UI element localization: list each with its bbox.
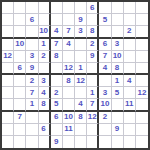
cell-r7c11[interactable]: 4 [124,75,136,87]
cell-r6c6[interactable]: 12 [63,63,75,75]
cell-r10c12[interactable] [136,112,148,124]
cell-r2c11[interactable] [124,14,136,26]
cell-r1c2[interactable] [14,2,26,14]
cell-r8c1[interactable] [2,87,14,99]
cell-r1c10[interactable] [112,2,124,14]
cell-r8c10[interactable]: 5 [112,87,124,99]
cell-r1c1[interactable] [2,2,14,14]
cell-r1c11[interactable] [124,2,136,14]
cell-r11c3[interactable] [26,124,38,136]
cell-r2c1[interactable] [2,14,14,26]
cell-r8c5[interactable]: 2 [51,87,63,99]
cell-r7c1[interactable] [2,75,14,87]
cell-r8c2[interactable] [14,87,26,99]
cell-r12c11[interactable] [124,136,136,148]
cell-r3c2[interactable] [14,26,26,38]
cell-r8c3[interactable]: 7 [26,87,38,99]
cell-r7c12[interactable] [136,75,148,87]
cell-r2c10[interactable] [112,14,124,26]
cell-r6c2[interactable]: 6 [14,63,26,75]
cell-r1c8[interactable]: 6 [87,2,99,14]
cell-r10c3[interactable] [26,112,38,124]
cell-r4c8[interactable]: 2 [87,39,99,51]
cell-r2c9[interactable]: 5 [99,14,111,26]
cell-r5c4[interactable]: 2 [39,51,51,63]
cell-r5c5[interactable]: 8 [51,51,63,63]
cell-r9c1[interactable] [2,99,14,111]
cell-r1c6[interactable] [63,2,75,14]
cell-r7c9[interactable] [99,75,111,87]
cell-r12c7[interactable] [75,136,87,148]
cell-r4c3[interactable] [26,39,38,51]
cell-r1c3[interactable] [26,2,38,14]
cell-r8c11[interactable] [124,87,136,99]
cell-r12c3[interactable] [26,136,38,148]
cell-r5c1[interactable]: 12 [2,51,14,63]
cell-r7c3[interactable]: 2 [26,75,38,87]
cell-r5c7[interactable] [75,51,87,63]
cell-r2c8[interactable] [87,14,99,26]
cell-r6c7[interactable]: 1 [75,63,87,75]
cell-r7c8[interactable] [87,75,99,87]
cell-r2c2[interactable] [14,14,26,26]
cell-r4c10[interactable]: 3 [112,39,124,51]
cell-r3c4[interactable]: 10 [39,26,51,38]
cell-r1c9[interactable] [99,2,111,14]
cell-r11c5[interactable] [51,124,63,136]
cell-r2c6[interactable] [63,14,75,26]
cell-r6c1[interactable] [2,63,14,75]
cell-r4c7[interactable] [75,39,87,51]
cell-r5c8[interactable]: 9 [87,51,99,63]
cell-r1c4[interactable] [39,2,51,14]
cell-r3c11[interactable]: 2 [124,26,136,38]
cell-r11c10[interactable]: 9 [112,124,124,136]
cell-r8c12[interactable]: 12 [136,87,148,99]
cell-r6c3[interactable]: 9 [26,63,38,75]
cell-r9c3[interactable]: 1 [26,99,38,111]
cell-r9c8[interactable]: 7 [87,99,99,111]
cell-r9c11[interactable]: 11 [124,99,136,111]
cell-r10c9[interactable]: 2 [99,112,111,124]
cell-r10c4[interactable] [39,112,51,124]
cell-r5c9[interactable]: 7 [99,51,111,63]
cell-r4c11[interactable] [124,39,136,51]
cell-r3c3[interactable] [26,26,38,38]
cell-r10c5[interactable]: 6 [51,112,63,124]
cell-r11c9[interactable] [99,124,111,136]
cell-r11c4[interactable]: 6 [39,124,51,136]
cell-r3c6[interactable]: 7 [63,26,75,38]
cell-r10c11[interactable] [124,112,136,124]
cell-r4c4[interactable]: 1 [39,39,51,51]
cell-r4c9[interactable]: 6 [99,39,111,51]
cell-r9c9[interactable]: 10 [99,99,111,111]
cell-r1c5[interactable] [51,2,63,14]
cell-r5c2[interactable] [14,51,26,63]
cell-r11c12[interactable] [136,124,148,136]
cell-r11c11[interactable] [124,124,136,136]
cell-r8c6[interactable] [63,87,75,99]
cell-r12c9[interactable] [99,136,111,148]
cell-r9c7[interactable]: 4 [75,99,87,111]
cell-r2c7[interactable]: 9 [75,14,87,26]
cell-r6c12[interactable] [136,63,148,75]
cell-r9c10[interactable] [112,99,124,111]
cell-r7c4[interactable]: 3 [39,75,51,87]
cell-r6c11[interactable] [124,63,136,75]
cell-r12c8[interactable] [87,136,99,148]
cell-r10c2[interactable]: 7 [14,112,26,124]
cell-r8c9[interactable]: 3 [99,87,111,99]
cell-r3c10[interactable] [112,26,124,38]
cell-r3c12[interactable] [136,26,148,38]
cell-r8c7[interactable] [75,87,87,99]
cell-r10c6[interactable]: 10 [63,112,75,124]
cell-r4c2[interactable]: 10 [14,39,26,51]
cell-r9c12[interactable] [136,99,148,111]
cell-r5c6[interactable] [63,51,75,63]
cell-r6c9[interactable]: 4 [99,63,111,75]
cell-r12c5[interactable]: 9 [51,136,63,148]
cell-r7c5[interactable] [51,75,63,87]
cell-r8c4[interactable]: 4 [39,87,51,99]
cell-r7c2[interactable] [14,75,26,87]
cell-r9c6[interactable] [63,99,75,111]
cell-r2c5[interactable] [51,14,63,26]
cell-r6c4[interactable] [39,63,51,75]
cell-r1c7[interactable] [75,2,87,14]
cell-r9c2[interactable] [14,99,26,111]
cell-r7c6[interactable]: 8 [63,75,75,87]
cell-r7c10[interactable]: 1 [112,75,124,87]
cell-r9c4[interactable]: 8 [39,99,51,111]
cell-r2c12[interactable] [136,14,148,26]
cell-r12c4[interactable] [39,136,51,148]
cell-r3c1[interactable] [2,26,14,38]
cell-r9c5[interactable]: 5 [51,99,63,111]
sudoku-board: 6695104738210174263123289710691214823812… [0,0,150,150]
cell-r11c8[interactable] [87,124,99,136]
cell-r4c12[interactable] [136,39,148,51]
cell-r2c3[interactable]: 6 [26,14,38,26]
cell-r6c5[interactable] [51,63,63,75]
cell-r2c4[interactable] [39,14,51,26]
cell-r11c7[interactable] [75,124,87,136]
cell-r3c9[interactable] [99,26,111,38]
cell-r12c12[interactable] [136,136,148,148]
cell-r6c8[interactable] [87,63,99,75]
cell-r10c7[interactable]: 8 [75,112,87,124]
cell-r5c11[interactable] [124,51,136,63]
cell-r10c10[interactable] [112,112,124,124]
cell-r3c8[interactable]: 8 [87,26,99,38]
cell-r11c6[interactable]: 11 [63,124,75,136]
cell-r5c10[interactable]: 10 [112,51,124,63]
cell-r12c10[interactable] [112,136,124,148]
cell-r1c12[interactable] [136,2,148,14]
cell-r4c6[interactable]: 4 [63,39,75,51]
cell-r11c1[interactable] [2,124,14,136]
cell-r8c8[interactable]: 1 [87,87,99,99]
cell-r5c12[interactable] [136,51,148,63]
cell-r10c8[interactable]: 12 [87,112,99,124]
cell-r3c5[interactable]: 4 [51,26,63,38]
cell-r5c3[interactable]: 3 [26,51,38,63]
cell-r11c2[interactable] [14,124,26,136]
cell-r10c1[interactable] [2,112,14,124]
cell-r6c10[interactable]: 8 [112,63,124,75]
cell-r12c2[interactable] [14,136,26,148]
cell-r12c6[interactable] [63,136,75,148]
cell-r7c7[interactable]: 12 [75,75,87,87]
cell-r12c1[interactable] [2,136,14,148]
cell-r4c1[interactable] [2,39,14,51]
cell-r3c7[interactable]: 3 [75,26,87,38]
cell-r4c5[interactable]: 7 [51,39,63,51]
